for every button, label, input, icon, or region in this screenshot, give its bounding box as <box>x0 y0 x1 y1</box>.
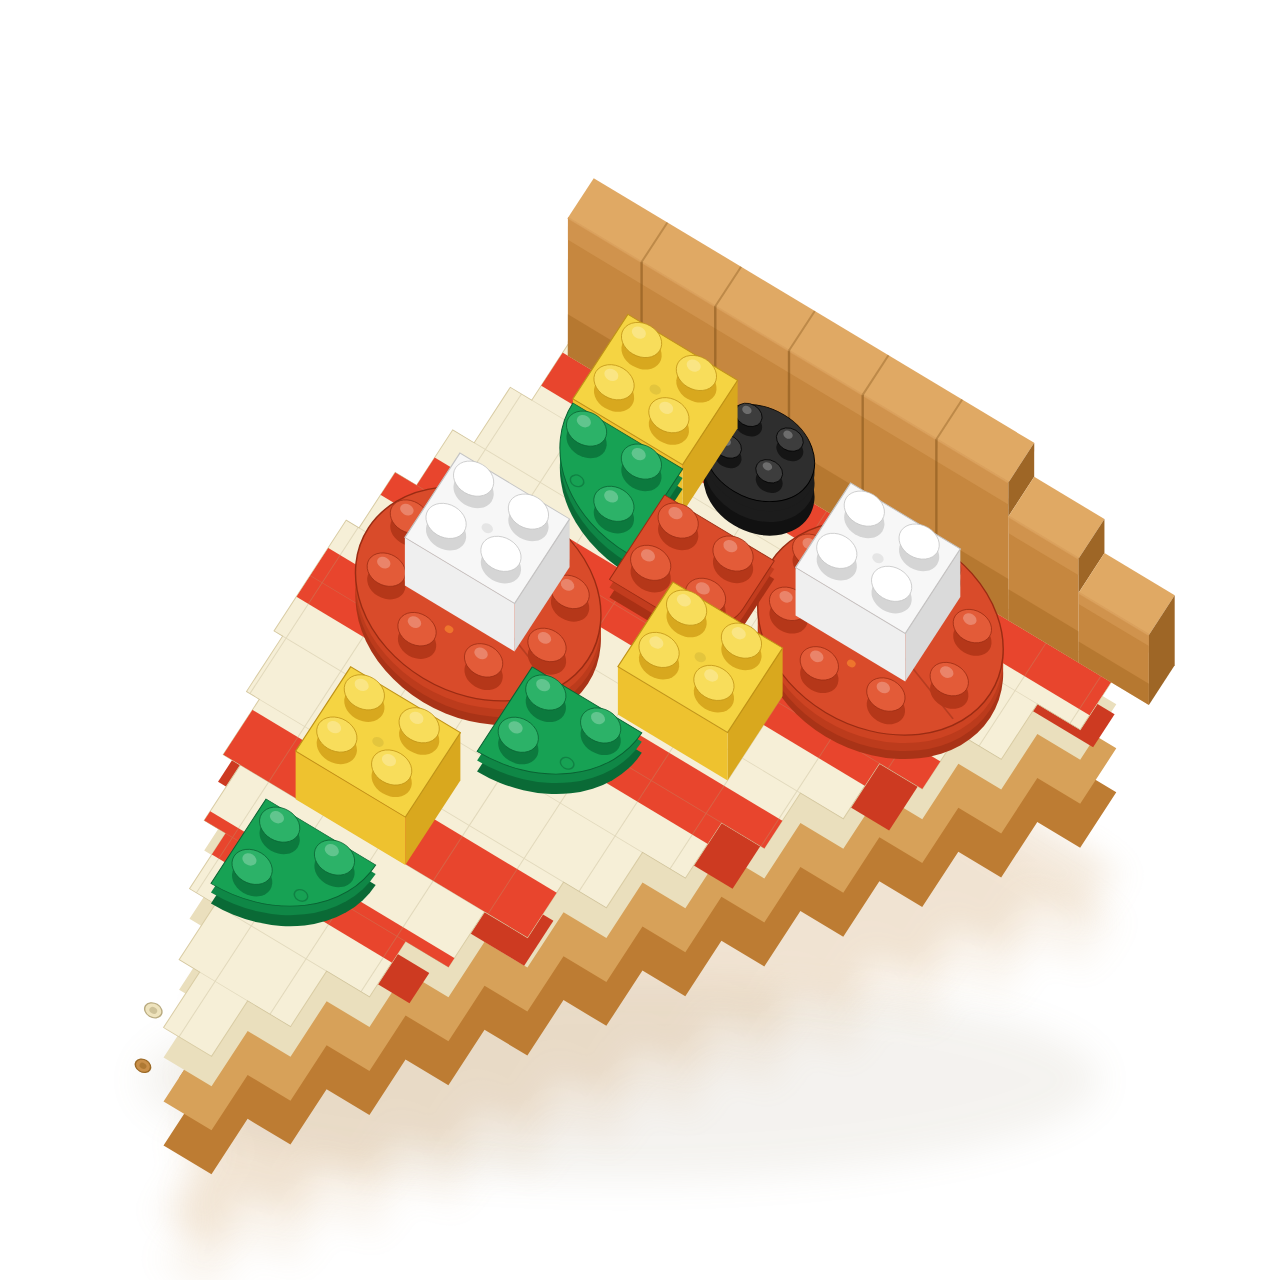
scene-canvas <box>0 0 1280 1280</box>
toy-pizza-product-photo: A slice of pepperoni pizza built from ti… <box>0 0 1280 1280</box>
